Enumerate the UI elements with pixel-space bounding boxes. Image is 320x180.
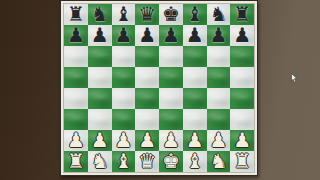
square-c3[interactable]: [112, 109, 136, 130]
square-a2[interactable]: ♟: [64, 130, 88, 151]
piece-black-pawn[interactable]: ♟: [186, 25, 204, 46]
piece-white-bishop[interactable]: ♝: [186, 151, 204, 172]
piece-white-pawn[interactable]: ♟: [209, 130, 227, 151]
piece-white-queen[interactable]: ♛: [138, 151, 156, 172]
square-g1[interactable]: ♞: [207, 151, 231, 172]
chess-board[interactable]: ♜♞♝♛♚♝♞♜♟♟♟♟♟♟♟♟♟♟♟♟♟♟♟♟♜♞♝♛♚♝♞♜: [63, 3, 255, 173]
square-h2[interactable]: ♟: [230, 130, 254, 151]
square-c5[interactable]: [112, 67, 136, 88]
square-h4[interactable]: [230, 88, 254, 109]
square-e1[interactable]: ♚: [159, 151, 183, 172]
piece-black-queen[interactable]: ♛: [138, 4, 156, 25]
square-e3[interactable]: [159, 109, 183, 130]
mouse-cursor-icon: [291, 73, 298, 83]
piece-white-rook[interactable]: ♜: [67, 151, 85, 172]
piece-white-bishop[interactable]: ♝: [114, 151, 132, 172]
square-g8[interactable]: ♞: [207, 4, 231, 25]
square-f2[interactable]: ♟: [183, 130, 207, 151]
square-f5[interactable]: [183, 67, 207, 88]
piece-white-king[interactable]: ♚: [162, 151, 180, 172]
app-window: ♜♞♝♛♚♝♞♜♟♟♟♟♟♟♟♟♟♟♟♟♟♟♟♟♜♞♝♛♚♝♞♜: [0, 0, 320, 180]
piece-white-pawn[interactable]: ♟: [91, 130, 109, 151]
square-f6[interactable]: [183, 46, 207, 67]
square-b6[interactable]: [88, 46, 112, 67]
square-b1[interactable]: ♞: [88, 151, 112, 172]
piece-white-pawn[interactable]: ♟: [233, 130, 251, 151]
square-b2[interactable]: ♟: [88, 130, 112, 151]
piece-black-pawn[interactable]: ♟: [233, 25, 251, 46]
square-h8[interactable]: ♜: [230, 4, 254, 25]
square-h6[interactable]: [230, 46, 254, 67]
square-b7[interactable]: ♟: [88, 25, 112, 46]
square-h7[interactable]: ♟: [230, 25, 254, 46]
square-d8[interactable]: ♛: [135, 4, 159, 25]
square-d2[interactable]: ♟: [135, 130, 159, 151]
piece-white-pawn[interactable]: ♟: [67, 130, 85, 151]
square-e8[interactable]: ♚: [159, 4, 183, 25]
piece-white-knight[interactable]: ♞: [91, 151, 109, 172]
square-h5[interactable]: [230, 67, 254, 88]
piece-black-pawn[interactable]: ♟: [162, 25, 180, 46]
piece-black-knight[interactable]: ♞: [91, 4, 109, 25]
square-f1[interactable]: ♝: [183, 151, 207, 172]
square-f4[interactable]: [183, 88, 207, 109]
square-e4[interactable]: [159, 88, 183, 109]
square-d3[interactable]: [135, 109, 159, 130]
piece-black-knight[interactable]: ♞: [209, 4, 227, 25]
square-b8[interactable]: ♞: [88, 4, 112, 25]
square-d6[interactable]: [135, 46, 159, 67]
square-e6[interactable]: [159, 46, 183, 67]
piece-black-rook[interactable]: ♜: [67, 4, 85, 25]
square-a6[interactable]: [64, 46, 88, 67]
piece-white-pawn[interactable]: ♟: [162, 130, 180, 151]
square-g6[interactable]: [207, 46, 231, 67]
square-e5[interactable]: [159, 67, 183, 88]
piece-white-pawn[interactable]: ♟: [138, 130, 156, 151]
piece-black-pawn[interactable]: ♟: [91, 25, 109, 46]
square-c2[interactable]: ♟: [112, 130, 136, 151]
piece-black-pawn[interactable]: ♟: [114, 25, 132, 46]
square-e7[interactable]: ♟: [159, 25, 183, 46]
square-c7[interactable]: ♟: [112, 25, 136, 46]
square-d1[interactable]: ♛: [135, 151, 159, 172]
square-c1[interactable]: ♝: [112, 151, 136, 172]
piece-white-pawn[interactable]: ♟: [114, 130, 132, 151]
square-a8[interactable]: ♜: [64, 4, 88, 25]
square-a4[interactable]: [64, 88, 88, 109]
piece-black-pawn[interactable]: ♟: [67, 25, 85, 46]
square-d7[interactable]: ♟: [135, 25, 159, 46]
piece-white-knight[interactable]: ♞: [209, 151, 227, 172]
square-b4[interactable]: [88, 88, 112, 109]
square-a1[interactable]: ♜: [64, 151, 88, 172]
square-c8[interactable]: ♝: [112, 4, 136, 25]
square-f3[interactable]: [183, 109, 207, 130]
square-g4[interactable]: [207, 88, 231, 109]
piece-black-bishop[interactable]: ♝: [114, 4, 132, 25]
square-g2[interactable]: ♟: [207, 130, 231, 151]
square-c6[interactable]: [112, 46, 136, 67]
square-e2[interactable]: ♟: [159, 130, 183, 151]
piece-black-king[interactable]: ♚: [162, 4, 180, 25]
piece-white-pawn[interactable]: ♟: [186, 130, 204, 151]
square-c4[interactable]: [112, 88, 136, 109]
square-h3[interactable]: [230, 109, 254, 130]
square-b3[interactable]: [88, 109, 112, 130]
piece-white-rook[interactable]: ♜: [233, 151, 251, 172]
square-g7[interactable]: ♟: [207, 25, 231, 46]
square-a3[interactable]: [64, 109, 88, 130]
square-d5[interactable]: [135, 67, 159, 88]
piece-black-rook[interactable]: ♜: [233, 4, 251, 25]
square-a5[interactable]: [64, 67, 88, 88]
piece-black-bishop[interactable]: ♝: [186, 4, 204, 25]
piece-black-pawn[interactable]: ♟: [138, 25, 156, 46]
square-d4[interactable]: [135, 88, 159, 109]
board-frame: ♜♞♝♛♚♝♞♜♟♟♟♟♟♟♟♟♟♟♟♟♟♟♟♟♜♞♝♛♚♝♞♜: [60, 0, 258, 176]
square-h1[interactable]: ♜: [230, 151, 254, 172]
square-f8[interactable]: ♝: [183, 4, 207, 25]
square-b5[interactable]: [88, 67, 112, 88]
square-g3[interactable]: [207, 109, 231, 130]
square-f7[interactable]: ♟: [183, 25, 207, 46]
square-a7[interactable]: ♟: [64, 25, 88, 46]
piece-black-pawn[interactable]: ♟: [209, 25, 227, 46]
square-g5[interactable]: [207, 67, 231, 88]
